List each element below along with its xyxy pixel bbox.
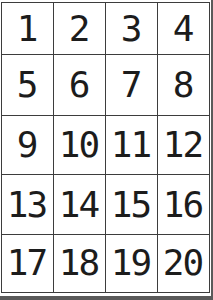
number-cell: 20 <box>158 235 209 292</box>
number-label: 1 <box>17 11 37 47</box>
scanned-page: 1234567891011121314151617181920 <box>0 0 213 300</box>
number-cell: 17 <box>2 235 54 292</box>
number-cell: 11 <box>106 116 158 175</box>
number-cell: 10 <box>54 116 106 175</box>
number-cell: 9 <box>2 116 54 175</box>
number-cell: 1 <box>2 3 54 55</box>
number-grid: 1234567891011121314151617181920 <box>1 2 210 293</box>
number-cell: 2 <box>54 3 106 55</box>
number-label: 10 <box>59 127 98 163</box>
number-cell: 14 <box>54 175 106 235</box>
number-label: 15 <box>111 187 150 223</box>
number-cell: 12 <box>158 116 209 175</box>
number-cell: 6 <box>54 55 106 116</box>
number-label: 17 <box>7 245 46 281</box>
number-label: 20 <box>163 245 202 281</box>
number-label: 6 <box>69 67 89 103</box>
number-label: 13 <box>7 187 46 223</box>
number-cell: 13 <box>2 175 54 235</box>
number-cell: 7 <box>106 55 158 116</box>
number-label: 5 <box>17 67 37 103</box>
number-cell: 15 <box>106 175 158 235</box>
number-label: 16 <box>163 187 202 223</box>
number-label: 18 <box>59 245 98 281</box>
number-cell: 5 <box>2 55 54 116</box>
number-label: 7 <box>121 67 141 103</box>
number-cell: 16 <box>158 175 209 235</box>
number-label: 9 <box>17 127 37 163</box>
number-label: 4 <box>173 11 193 47</box>
number-cell: 8 <box>158 55 209 116</box>
number-label: 11 <box>111 127 150 163</box>
number-cell: 18 <box>54 235 106 292</box>
number-label: 2 <box>69 11 89 47</box>
number-label: 12 <box>163 127 202 163</box>
number-cell: 3 <box>106 3 158 55</box>
number-cell: 4 <box>158 3 209 55</box>
number-cell: 19 <box>106 235 158 292</box>
number-label: 3 <box>121 11 141 47</box>
number-label: 19 <box>111 245 150 281</box>
number-label: 8 <box>173 67 193 103</box>
number-label: 14 <box>59 187 98 223</box>
